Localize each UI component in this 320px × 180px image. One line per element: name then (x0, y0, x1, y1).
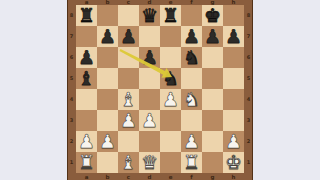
square-f1[interactable]: ♜ (181, 152, 202, 173)
square-e5[interactable]: ♞ (160, 68, 181, 89)
square-d1[interactable]: ♛ (139, 152, 160, 173)
square-g6[interactable] (202, 47, 223, 68)
square-d5[interactable] (139, 68, 160, 89)
square-a5[interactable]: ♝ (76, 68, 97, 89)
square-e1[interactable] (160, 152, 181, 173)
square-h5[interactable] (223, 68, 244, 89)
piece-white-pawn-d3[interactable]: ♟ (139, 110, 160, 131)
square-b1[interactable] (97, 152, 118, 173)
square-b4[interactable] (97, 89, 118, 110)
square-e3[interactable] (160, 110, 181, 131)
square-d6[interactable]: ♟ (139, 47, 160, 68)
square-g4[interactable] (202, 89, 223, 110)
piece-black-pawn-c7[interactable]: ♟ (118, 26, 139, 47)
piece-white-king-h1[interactable]: ♚ (223, 152, 244, 173)
square-d7[interactable] (139, 26, 160, 47)
square-a2[interactable]: ♟ (76, 131, 97, 152)
square-a1[interactable]: ♜ (76, 152, 97, 173)
square-h1[interactable]: ♚ (223, 152, 244, 173)
square-c8[interactable] (118, 5, 139, 26)
square-a6[interactable]: ♟ (76, 47, 97, 68)
piece-white-pawn-e4[interactable]: ♟ (160, 89, 181, 110)
square-a8[interactable]: ♜ (76, 5, 97, 26)
piece-black-rook-e8[interactable]: ♜ (160, 5, 181, 26)
piece-white-pawn-f2[interactable]: ♟ (181, 131, 202, 152)
piece-white-pawn-a2[interactable]: ♟ (76, 131, 97, 152)
square-f6[interactable]: ♞ (181, 47, 202, 68)
square-h6[interactable] (223, 47, 244, 68)
piece-black-king-g8[interactable]: ♚ (202, 5, 223, 26)
square-c4[interactable]: ♝ (118, 89, 139, 110)
square-f4[interactable]: ♞ (181, 89, 202, 110)
square-h3[interactable] (223, 110, 244, 131)
square-f8[interactable] (181, 5, 202, 26)
piece-black-pawn-h7[interactable]: ♟ (223, 26, 244, 47)
square-b8[interactable] (97, 5, 118, 26)
square-b2[interactable]: ♟ (97, 131, 118, 152)
piece-black-knight-e5[interactable]: ♞ (160, 68, 181, 89)
piece-black-queen-d8[interactable]: ♛ (139, 5, 160, 26)
square-g7[interactable]: ♟ (202, 26, 223, 47)
piece-black-knight-f6[interactable]: ♞ (181, 47, 202, 68)
piece-white-bishop-c1[interactable]: ♝ (118, 152, 139, 173)
piece-black-pawn-g7[interactable]: ♟ (202, 26, 223, 47)
piece-white-knight-f4[interactable]: ♞ (181, 89, 202, 110)
piece-black-pawn-d6[interactable]: ♟ (139, 47, 160, 68)
piece-black-bishop-a5[interactable]: ♝ (76, 68, 97, 89)
square-c7[interactable]: ♟ (118, 26, 139, 47)
square-c2[interactable] (118, 131, 139, 152)
square-g2[interactable] (202, 131, 223, 152)
square-a4[interactable] (76, 89, 97, 110)
square-d4[interactable] (139, 89, 160, 110)
piece-white-pawn-h2[interactable]: ♟ (223, 131, 244, 152)
square-h4[interactable] (223, 89, 244, 110)
square-h8[interactable] (223, 5, 244, 26)
piece-black-rook-a8[interactable]: ♜ (76, 5, 97, 26)
square-g3[interactable] (202, 110, 223, 131)
square-a7[interactable] (76, 26, 97, 47)
page-background: abcdefgh abcdefgh 87654321 87654321 ♜♛♜♚… (0, 0, 320, 180)
square-e7[interactable] (160, 26, 181, 47)
square-d2[interactable] (139, 131, 160, 152)
square-e8[interactable]: ♜ (160, 5, 181, 26)
piece-white-pawn-b2[interactable]: ♟ (97, 131, 118, 152)
square-g5[interactable] (202, 68, 223, 89)
piece-white-queen-d1[interactable]: ♛ (139, 152, 160, 173)
square-e4[interactable]: ♟ (160, 89, 181, 110)
piece-white-rook-f1[interactable]: ♜ (181, 152, 202, 173)
square-h2[interactable]: ♟ (223, 131, 244, 152)
square-f5[interactable] (181, 68, 202, 89)
piece-black-pawn-a6[interactable]: ♟ (76, 47, 97, 68)
square-a3[interactable] (76, 110, 97, 131)
square-f7[interactable]: ♟ (181, 26, 202, 47)
square-f2[interactable]: ♟ (181, 131, 202, 152)
square-b7[interactable]: ♟ (97, 26, 118, 47)
square-c1[interactable]: ♝ (118, 152, 139, 173)
square-g1[interactable] (202, 152, 223, 173)
square-b3[interactable] (97, 110, 118, 131)
piece-black-pawn-f7[interactable]: ♟ (181, 26, 202, 47)
square-b6[interactable] (97, 47, 118, 68)
square-c3[interactable]: ♟ (118, 110, 139, 131)
piece-white-bishop-c4[interactable]: ♝ (118, 89, 139, 110)
square-c6[interactable] (118, 47, 139, 68)
square-f3[interactable] (181, 110, 202, 131)
square-h7[interactable]: ♟ (223, 26, 244, 47)
chess-board[interactable]: ♜♛♜♚♟♟♟♟♟♟♟♞♝♞♝♟♞♟♟♟♟♟♟♜♝♛♜♚ (76, 5, 244, 173)
square-e2[interactable] (160, 131, 181, 152)
square-e6[interactable] (160, 47, 181, 68)
square-c5[interactable] (118, 68, 139, 89)
piece-white-pawn-c3[interactable]: ♟ (118, 110, 139, 131)
square-d3[interactable]: ♟ (139, 110, 160, 131)
square-b5[interactable] (97, 68, 118, 89)
square-d8[interactable]: ♛ (139, 5, 160, 26)
piece-white-rook-a1[interactable]: ♜ (76, 152, 97, 173)
square-g8[interactable]: ♚ (202, 5, 223, 26)
piece-black-pawn-b7[interactable]: ♟ (97, 26, 118, 47)
